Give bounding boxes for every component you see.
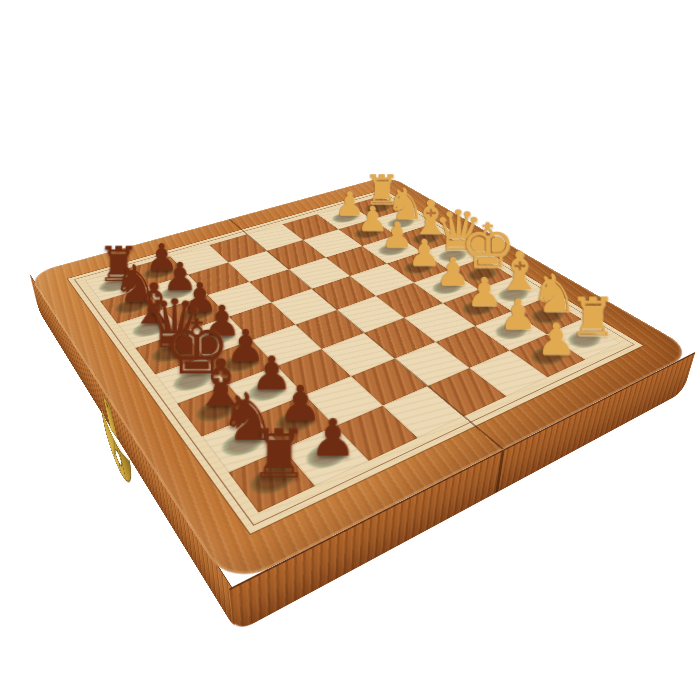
black-pawn-glyph: ♟	[310, 411, 356, 463]
fold-seam-side	[495, 451, 504, 494]
white-pawn-glyph: ♟	[536, 317, 575, 361]
white-pawn-glyph: ♟	[466, 272, 502, 312]
white-pawn-glyph: ♟	[435, 252, 470, 291]
black-rook-glyph: ♜	[248, 421, 308, 488]
product-photo: ♜♟♟♜♞♟♟♞♝♟♟♝♛♟♟♛♚♟♟♚♝♟♟♝♞♟♟♞♜♟♟♜	[0, 0, 700, 700]
white-pawn-glyph: ♟	[499, 293, 537, 335]
chess-board: ♜♟♟♜♞♟♟♞♝♟♟♝♛♟♟♛♚♟♟♚♝♟♟♝♞♟♟♞♜♟♟♜	[28, 175, 696, 588]
